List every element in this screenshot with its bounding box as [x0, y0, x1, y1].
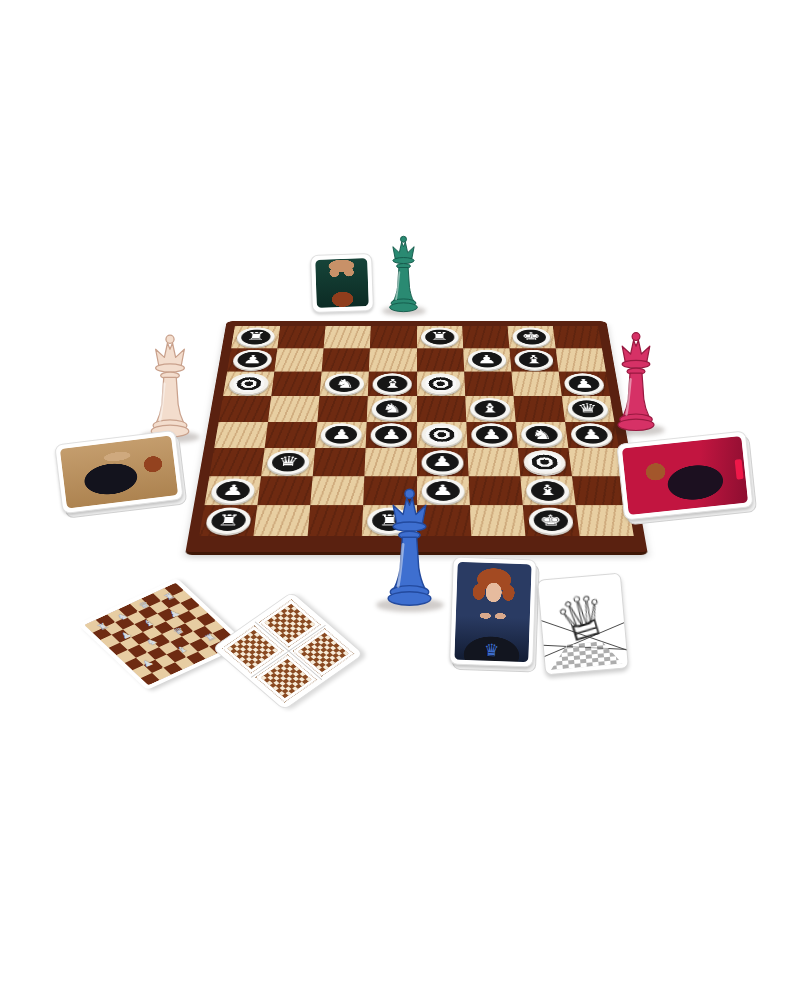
queen-sketch-card[interactable]: ♕ [537, 573, 629, 676]
square-h6[interactable]: ♟ [559, 372, 610, 396]
reference-board-card[interactable]: ♜♞♛♜♟♝♟♞♛♟♝♜ [77, 578, 247, 690]
queen-icon: ♛ [277, 455, 300, 469]
token-pit: ♟ [575, 426, 609, 444]
square-c4[interactable]: ♟ [315, 422, 367, 449]
top-character-card[interactable] [310, 253, 374, 313]
diagram-piece-icon: ♞ [144, 636, 160, 647]
pawn-icon: ♟ [221, 483, 245, 497]
square-g3[interactable] [518, 448, 572, 476]
pawn-icon: ♟ [330, 428, 352, 441]
bishop-icon: ♝ [523, 354, 544, 366]
card-face [310, 253, 374, 313]
square-e7[interactable] [417, 348, 464, 371]
card-face [616, 430, 753, 520]
square-f6[interactable] [464, 372, 513, 396]
pawn-icon: ♟ [242, 354, 264, 366]
square-b6[interactable] [271, 372, 321, 396]
square-a6[interactable] [223, 372, 274, 396]
token-rook-a8[interactable]: ♜ [236, 327, 276, 346]
square-f8[interactable] [462, 326, 509, 348]
square-d3[interactable] [365, 448, 417, 476]
square-e5[interactable] [417, 396, 466, 422]
token-pit: ♜ [210, 511, 247, 531]
rook-icon: ♜ [245, 331, 266, 342]
token-pit: ♟ [375, 426, 407, 444]
token-pit: ♚ [516, 330, 547, 345]
token-pit: ♞ [376, 400, 407, 417]
square-c7[interactable] [322, 348, 370, 371]
square-a2[interactable]: ♟ [204, 476, 261, 505]
diagram-piece-icon: ♟ [119, 630, 135, 641]
quad-diagram-card[interactable] [212, 592, 365, 711]
pawn-icon: ♟ [481, 428, 503, 441]
token-target-e4[interactable] [421, 423, 462, 446]
square-g1[interactable]: ♚ [523, 505, 580, 536]
diagram-piece-icon: ♜ [95, 621, 111, 632]
token-king-g8[interactable]: ♚ [512, 327, 551, 346]
token-pawn-a2[interactable]: ♟ [210, 478, 256, 503]
square-g5[interactable] [513, 396, 565, 422]
bishop-icon: ♝ [382, 377, 402, 389]
square-h3[interactable] [568, 448, 623, 476]
square-a1[interactable]: ♜ [199, 505, 257, 536]
token-pit: ♞ [329, 376, 360, 392]
square-d6[interactable]: ♝ [368, 372, 416, 396]
token-pawn-a7[interactable]: ♟ [232, 350, 273, 370]
token-pit: ♜ [240, 330, 271, 345]
token-king-g1[interactable]: ♚ [528, 508, 575, 534]
token-rook-a1[interactable]: ♜ [205, 508, 253, 534]
square-b2[interactable] [257, 476, 313, 505]
token-pit: ♟ [325, 426, 358, 444]
square-g6[interactable] [511, 372, 561, 396]
square-g8[interactable]: ♚ [507, 326, 555, 348]
bishop-icon: ♝ [536, 483, 560, 497]
token-pit: ♟ [472, 352, 503, 368]
token-target-g3[interactable] [523, 450, 567, 474]
square-f1[interactable] [470, 505, 526, 536]
diagram-piece-icon: ♛ [171, 626, 187, 637]
square-c1[interactable] [308, 505, 364, 536]
square-d8[interactable] [370, 326, 416, 348]
square-e8[interactable]: ♜ [417, 326, 463, 348]
square-e6[interactable] [417, 372, 465, 396]
right-player-deck[interactable] [616, 430, 753, 520]
diagram-piece-icon: ♜ [202, 632, 218, 643]
token-pit: ♟ [215, 481, 251, 500]
token-bishop-f5[interactable]: ♝ [469, 398, 510, 420]
rook-icon: ♜ [430, 331, 450, 342]
player-queen-magenta[interactable] [612, 330, 660, 432]
square-h8[interactable] [553, 326, 602, 348]
token-pit: ♚ [533, 511, 569, 531]
token-pit: ♛ [571, 400, 605, 417]
token-pawn-c4[interactable]: ♟ [320, 423, 362, 446]
token-bishop-g2[interactable]: ♝ [525, 478, 570, 503]
square-b3[interactable]: ♛ [261, 448, 315, 476]
square-g4[interactable]: ♞ [515, 422, 568, 449]
square-c6[interactable]: ♞ [320, 372, 369, 396]
card-face: ♛ [449, 557, 537, 668]
pawn-icon: ♟ [580, 428, 603, 441]
card-art-tan-portrait [60, 435, 178, 508]
square-g2[interactable]: ♝ [520, 476, 576, 505]
diagram-piece-icon: ♞ [115, 611, 131, 622]
token-pawn-f4[interactable]: ♟ [471, 423, 513, 446]
token-pawn-h6[interactable]: ♟ [563, 373, 605, 394]
bishop-icon: ♝ [479, 402, 500, 415]
knight-icon: ♞ [382, 402, 403, 415]
square-d7[interactable] [369, 348, 416, 371]
pawn-icon: ♟ [381, 428, 402, 441]
pawn-icon: ♟ [573, 377, 595, 389]
left-player-deck[interactable] [54, 430, 184, 514]
square-h7[interactable] [556, 348, 606, 371]
pawn-icon: ♟ [477, 354, 498, 366]
square-e3[interactable]: ♟ [417, 448, 469, 476]
square-f4[interactable]: ♟ [466, 422, 518, 449]
card-art-upside-down-portrait [315, 258, 369, 308]
square-h4[interactable]: ♟ [565, 422, 619, 449]
square-b8[interactable] [277, 326, 325, 348]
square-f2[interactable] [468, 476, 522, 505]
square-a5[interactable] [219, 396, 272, 422]
token-pawn-f7[interactable]: ♟ [467, 350, 507, 370]
square-f3[interactable] [467, 448, 520, 476]
square-h5[interactable]: ♛ [562, 396, 615, 422]
card-art-crimson-portrait [622, 436, 748, 515]
token-queen-b3[interactable]: ♛ [266, 450, 310, 474]
rook-icon: ♜ [216, 513, 241, 528]
player-queen-ivory[interactable] [145, 332, 195, 439]
square-a3[interactable] [209, 448, 264, 476]
player-queen-teal[interactable] [385, 234, 422, 313]
square-b4[interactable] [265, 422, 318, 449]
diagram-piece-icon: ♝ [174, 644, 190, 655]
token-bishop-g7[interactable]: ♝ [514, 350, 554, 370]
token-knight-c6[interactable]: ♞ [324, 373, 364, 394]
token-pit: ♟ [236, 352, 268, 368]
diagram-piece-icon: ♟ [167, 609, 183, 620]
token-pit: ♝ [377, 376, 408, 392]
square-f5[interactable]: ♝ [465, 396, 516, 422]
token-target-e6[interactable] [421, 373, 461, 394]
square-g7[interactable]: ♝ [509, 348, 558, 371]
token-pit: ♟ [475, 426, 508, 444]
square-a4[interactable] [214, 422, 268, 449]
diagram-piece-icon: ♛ [137, 600, 153, 611]
knight-icon: ♞ [334, 377, 355, 389]
token-target-a6[interactable] [228, 373, 270, 394]
square-d5[interactable]: ♞ [367, 396, 416, 422]
square-b7[interactable] [274, 348, 323, 371]
token-pawn-d4[interactable]: ♟ [371, 423, 412, 446]
square-a7[interactable]: ♟ [227, 348, 277, 371]
square-a8[interactable]: ♜ [231, 326, 280, 348]
square-c2[interactable] [310, 476, 364, 505]
pawn-icon: ♟ [431, 455, 453, 469]
token-pit: ♟ [568, 376, 601, 392]
token-rook-e8[interactable]: ♜ [421, 327, 459, 346]
token-pawn-h4[interactable]: ♟ [570, 423, 614, 446]
token-pit: ♟ [426, 453, 459, 472]
token-pit: ♞ [525, 426, 559, 444]
square-c8[interactable] [324, 326, 371, 348]
token-pit: ♝ [518, 352, 549, 368]
queen-icon: ♛ [576, 402, 599, 415]
token-bishop-d6[interactable]: ♝ [373, 373, 413, 394]
token-pawn-e3[interactable]: ♟ [421, 450, 463, 474]
token-pit: ♝ [474, 400, 506, 417]
king-icon: ♚ [539, 513, 563, 528]
knight-icon: ♞ [530, 428, 553, 441]
card-art-navy-portrait: ♛ [454, 562, 531, 663]
token-pit: ♛ [271, 453, 305, 472]
product-photo-scene: ♜♜♚♟♟♝♞♝♟♞♝♛♟♟♟♞♟♛♟♟♟♝♜♜♚ [0, 0, 800, 1000]
square-e4[interactable] [417, 422, 468, 449]
red-accent [735, 459, 744, 480]
token-pit: ♝ [530, 481, 565, 500]
diagram-piece-icon: ♟ [140, 658, 156, 669]
square-b5[interactable] [268, 396, 320, 422]
diagram-piece-icon: ♜ [162, 591, 178, 602]
blue-queen-icon: ♛ [484, 642, 500, 660]
token-pit: ♜ [425, 330, 454, 345]
square-b1[interactable] [254, 505, 311, 536]
card-face [54, 430, 184, 514]
square-d4[interactable]: ♟ [366, 422, 417, 449]
diagram-piece-icon: ♝ [141, 618, 157, 629]
player-queen-blue[interactable] [381, 486, 438, 607]
token-knight-g4[interactable]: ♞ [520, 423, 563, 446]
square-f7[interactable]: ♟ [463, 348, 511, 371]
square-c3[interactable] [313, 448, 366, 476]
queen-outline-icon: ♕ [549, 583, 616, 654]
square-c5[interactable] [318, 396, 369, 422]
king-icon: ♚ [521, 331, 542, 342]
bottom-player-deck[interactable]: ♛ [449, 557, 537, 668]
token-knight-d5[interactable]: ♞ [372, 398, 412, 420]
token-queen-h5[interactable]: ♛ [566, 398, 609, 420]
reference-board-diagram: ♜♞♛♜♟♝♟♞♛♟♝♜ [84, 583, 240, 686]
